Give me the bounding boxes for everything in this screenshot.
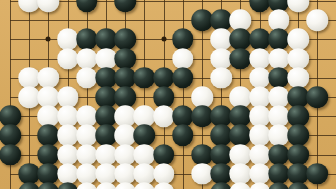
black-stone (210, 182, 232, 189)
black-stone (287, 182, 309, 189)
black-stone (18, 182, 40, 189)
hoshi-point (46, 37, 51, 42)
black-stone (306, 163, 328, 185)
black-stone (114, 0, 136, 12)
black-stone (306, 86, 328, 108)
black-stone (268, 182, 290, 189)
black-stone (57, 182, 79, 189)
white-stone (306, 9, 328, 31)
black-stone (172, 67, 194, 89)
black-stone (172, 125, 194, 147)
black-stone (0, 144, 21, 166)
white-stone (249, 182, 271, 189)
white-stone (153, 182, 175, 189)
white-stone (287, 0, 309, 12)
white-stone (114, 182, 136, 189)
go-board-screenshot (0, 0, 336, 189)
black-stone (76, 0, 98, 12)
white-stone (230, 182, 252, 189)
white-stone (210, 67, 232, 89)
white-stone (76, 182, 98, 189)
black-stone (38, 182, 60, 189)
go-board[interactable] (0, 0, 336, 189)
white-stone (95, 182, 117, 189)
white-stone (134, 182, 156, 189)
white-stone (38, 0, 60, 12)
hoshi-point (161, 37, 166, 42)
